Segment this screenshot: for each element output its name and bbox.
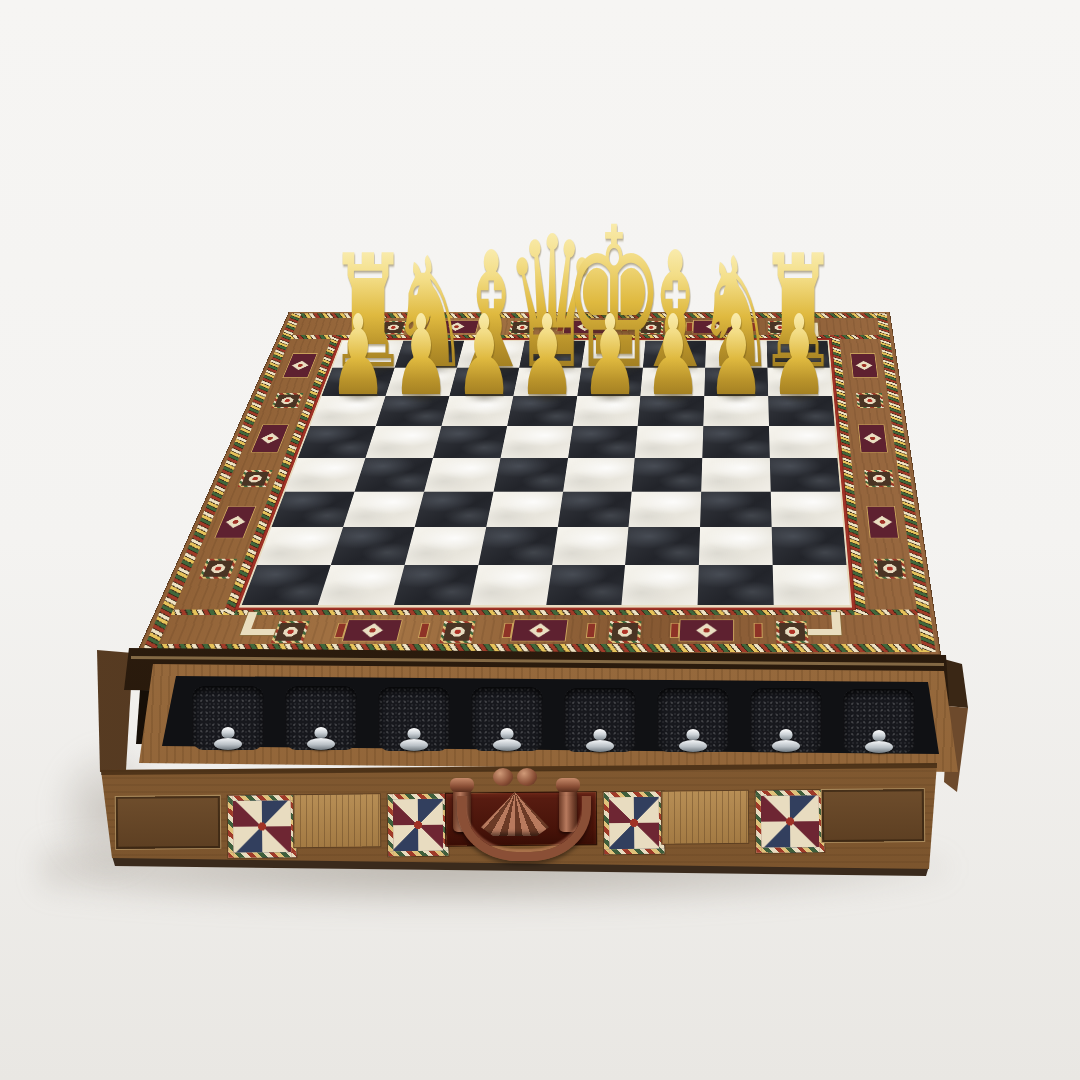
square-a3[interactable]: [272, 491, 355, 527]
square-h5[interactable]: [769, 426, 837, 458]
handle-bail[interactable]: [457, 796, 591, 861]
rosette-motif-front: [608, 621, 641, 643]
rosette-motif-right: [874, 559, 906, 579]
square-d5[interactable]: [500, 426, 572, 458]
rosette-motif-back: [509, 321, 536, 334]
square-d4[interactable]: [493, 458, 567, 492]
square-d7[interactable]: [513, 368, 581, 396]
drawer-segment-mosaic: [604, 792, 665, 855]
handle-left-cap: [450, 778, 474, 792]
rosette-motif-left: [199, 559, 237, 579]
red-bar-front: [754, 623, 763, 638]
square-a4[interactable]: [285, 458, 365, 492]
rosette-motif-right: [856, 393, 884, 408]
drawer-handle[interactable]: [445, 770, 585, 866]
square-b3[interactable]: [343, 491, 424, 527]
diamond-motif-right: [866, 506, 899, 538]
square-h2[interactable]: [772, 527, 847, 565]
square-c1[interactable]: [394, 565, 478, 605]
square-b6[interactable]: [376, 396, 450, 426]
square-d1[interactable]: [470, 565, 552, 605]
diamond-motif-front: [342, 620, 403, 642]
red-bar-back: [492, 322, 501, 331]
square-f2[interactable]: [625, 527, 700, 565]
square-f8[interactable]: [643, 341, 706, 368]
chess-field: [242, 341, 850, 605]
square-a1[interactable]: [242, 565, 331, 605]
square-h1[interactable]: [773, 565, 850, 605]
silver-piece-head: [687, 729, 700, 740]
silver-piece-base: [586, 740, 614, 752]
square-e2[interactable]: [552, 527, 629, 565]
square-c5[interactable]: [433, 426, 507, 458]
square-b2[interactable]: [331, 527, 415, 565]
square-c2[interactable]: [404, 527, 485, 565]
stored-silver-piece-2[interactable]: [306, 727, 336, 755]
square-a8[interactable]: [332, 341, 403, 368]
diamond-motif-back: [433, 320, 479, 333]
diamond-motif-back: [563, 320, 607, 333]
rosette-motif-right: [864, 470, 894, 487]
square-c8[interactable]: [457, 341, 525, 368]
rosette-motif-back: [768, 321, 793, 334]
silver-piece-head: [873, 730, 886, 741]
square-g3[interactable]: [700, 491, 771, 527]
diamond-motif-right: [858, 424, 888, 452]
board-red-frame: [234, 338, 856, 610]
red-bar-back: [621, 322, 629, 331]
square-c7[interactable]: [449, 368, 519, 396]
drawer-segment-mosaic: [228, 795, 297, 858]
square-g6[interactable]: [704, 396, 770, 426]
diamond-motif-front: [510, 620, 568, 642]
stored-silver-piece-8[interactable]: [864, 730, 894, 758]
square-a2[interactable]: [257, 527, 343, 565]
chess-box-scene: ♜♞♝♛♚♝♞♜♟♟♟♟♟♟♟♟: [0, 0, 1080, 1080]
stored-silver-piece-5[interactable]: [585, 729, 615, 757]
square-f3[interactable]: [629, 491, 702, 527]
square-b7[interactable]: [385, 368, 456, 396]
diamond-motif-back: [693, 320, 736, 333]
square-b5[interactable]: [365, 426, 441, 458]
red-bar-front: [418, 623, 430, 638]
square-d2[interactable]: [478, 527, 557, 565]
square-g4[interactable]: [701, 458, 770, 492]
square-d8[interactable]: [519, 341, 585, 368]
square-a6[interactable]: [310, 396, 385, 426]
square-e5[interactable]: [568, 426, 638, 458]
silver-piece-base: [214, 738, 242, 750]
square-g7[interactable]: [704, 368, 768, 396]
drawer-segment-woodgrain: [662, 791, 748, 844]
silver-piece-base: [307, 738, 335, 750]
stored-silver-piece-7[interactable]: [771, 729, 801, 757]
square-e1[interactable]: [546, 565, 626, 605]
rosette-motif-back: [638, 321, 663, 334]
silver-piece-head: [780, 729, 793, 740]
square-d3[interactable]: [486, 491, 563, 527]
silver-piece-base: [400, 739, 428, 751]
square-c6[interactable]: [441, 396, 513, 426]
corner-inlay-3: [792, 323, 819, 337]
square-e4[interactable]: [563, 458, 635, 492]
square-g5[interactable]: [703, 426, 770, 458]
square-b8[interactable]: [395, 341, 464, 368]
square-f5[interactable]: [635, 426, 703, 458]
square-d6[interactable]: [507, 396, 577, 426]
square-g1[interactable]: [698, 565, 774, 605]
border-stripe-front-inner: [171, 610, 918, 615]
square-a5[interactable]: [298, 426, 376, 458]
chess-board-top: [137, 312, 940, 654]
red-bar-back: [750, 322, 757, 331]
diamond-motif-left: [251, 424, 289, 452]
red-bar-front: [586, 623, 597, 638]
silver-piece-head: [594, 729, 607, 740]
square-h4[interactable]: [770, 458, 840, 492]
rosette-motif-left: [271, 393, 303, 408]
square-e7[interactable]: [577, 368, 643, 396]
square-g2[interactable]: [699, 527, 773, 565]
drawer-segment-panel: [116, 796, 220, 849]
square-g8[interactable]: [705, 341, 767, 368]
silver-piece-base: [679, 740, 707, 752]
square-f7[interactable]: [641, 368, 706, 396]
diamond-motif-left: [282, 353, 317, 377]
border-stripe-back: [290, 313, 887, 317]
rosette-motif-front: [440, 621, 476, 643]
square-c3[interactable]: [414, 491, 493, 527]
corner-inlay-1: [807, 612, 842, 635]
stored-silver-piece-4[interactable]: [492, 728, 522, 756]
drawer-segment-woodgrain: [294, 794, 380, 847]
square-a7[interactable]: [322, 368, 395, 396]
square-h8[interactable]: [767, 341, 830, 368]
rosette-motif-left: [238, 470, 273, 487]
square-h3[interactable]: [771, 491, 843, 527]
square-f1[interactable]: [622, 565, 699, 605]
square-c4[interactable]: [424, 458, 500, 492]
silver-piece-head: [222, 727, 235, 738]
silver-piece-head: [501, 728, 514, 739]
square-b4[interactable]: [355, 458, 433, 492]
silver-piece-base: [865, 741, 893, 753]
square-h6[interactable]: [768, 396, 834, 426]
square-h7[interactable]: [768, 368, 833, 396]
rosette-motif-front: [776, 621, 808, 643]
square-e8[interactable]: [581, 341, 646, 368]
square-f4[interactable]: [632, 458, 702, 492]
square-f6[interactable]: [638, 396, 705, 426]
rosette-motif-back: [379, 321, 408, 334]
handle-right-cap: [556, 778, 580, 792]
square-e6[interactable]: [572, 396, 640, 426]
handle-top-knobs: [491, 768, 539, 788]
drawer-segment-mosaic: [756, 790, 825, 853]
diamond-motif-front: [679, 620, 735, 642]
silver-piece-head: [408, 728, 421, 739]
stored-silver-piece-3[interactable]: [399, 728, 429, 756]
corner-inlay-2: [352, 323, 383, 337]
drawer-segment-mosaic: [388, 794, 449, 857]
stored-silver-piece-6[interactable]: [678, 729, 708, 757]
silver-piece-base: [772, 740, 800, 752]
diamond-motif-left: [214, 506, 256, 538]
stored-silver-piece-1[interactable]: [213, 727, 243, 755]
drawer-segment-panel: [822, 789, 924, 842]
diamond-motif-right: [850, 353, 878, 377]
silver-piece-base: [493, 739, 521, 751]
silver-piece-head: [315, 727, 328, 738]
square-e3[interactable]: [557, 491, 632, 527]
square-b1[interactable]: [318, 565, 405, 605]
